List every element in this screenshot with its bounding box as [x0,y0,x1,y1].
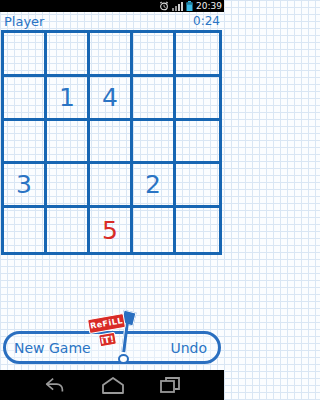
cell-r4-c3[interactable] [90,164,133,208]
cell-r5-c1[interactable] [4,208,47,252]
logo-ball-icon [118,354,129,364]
cell-r2-c5[interactable] [176,77,219,121]
cell-r3-c1[interactable] [4,121,47,165]
game-header: Player 0:24 [0,12,224,30]
alarm-icon [159,1,169,11]
status-bar: 20:39 [0,0,224,12]
cell-r1-c4[interactable] [133,33,176,77]
cell-r2-c1[interactable] [4,77,47,121]
signal-icon [172,1,183,11]
logo-title: ReFiLL [87,313,126,334]
cell-r4-c4[interactable]: 2 [133,164,176,208]
cell-r5-c2[interactable] [47,208,90,252]
home-icon[interactable] [100,376,126,394]
player-label: Player [4,14,44,29]
cell-r4-c2[interactable] [47,164,90,208]
logo-subtitle: iT! [98,332,117,348]
battery-icon [186,1,193,11]
puzzle-board: 1 4 3 2 5 [1,30,222,255]
cell-r5-c3[interactable]: 5 [90,208,133,252]
new-game-button[interactable]: New Game [14,340,91,356]
cell-r1-c2[interactable] [47,33,90,77]
undo-button[interactable]: Undo [170,340,207,356]
cell-r3-c4[interactable] [133,121,176,165]
cell-r1-c1[interactable] [4,33,47,77]
refill-it-logo: ReFiLL iT! [88,311,138,365]
cell-r1-c5[interactable] [176,33,219,77]
cell-r2-c4[interactable] [133,77,176,121]
cell-r5-c5[interactable] [176,208,219,252]
cell-r2-c2[interactable]: 1 [47,77,90,121]
cell-r1-c3[interactable] [90,33,133,77]
elapsed-timer: 0:24 [193,14,220,28]
cell-r4-c1[interactable]: 3 [4,164,47,208]
status-clock: 20:39 [196,0,222,12]
back-icon[interactable] [43,376,67,394]
cell-r5-c4[interactable] [133,208,176,252]
cell-r4-c5[interactable] [176,164,219,208]
cell-r2-c3[interactable]: 4 [90,77,133,121]
recents-icon[interactable] [159,376,181,394]
cell-r3-c3[interactable] [90,121,133,165]
android-nav-bar [0,370,224,400]
cell-r3-c5[interactable] [176,121,219,165]
cell-r3-c2[interactable] [47,121,90,165]
